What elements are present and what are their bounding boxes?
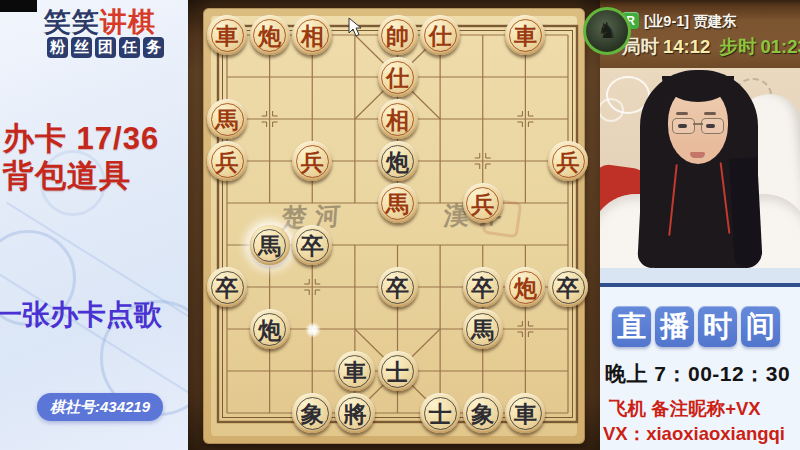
piece-red-兵[interactable]: 兵 bbox=[292, 141, 332, 181]
eyebrow-left bbox=[676, 112, 688, 115]
live-tile-0: 直 bbox=[612, 306, 651, 347]
game-board-area: 楚河 漢界 車炮相帥仕車仕馬相兵兵炮兵馬兵馬卒卒卒卒炮卒炮馬車士象將士象車 bbox=[188, 0, 600, 450]
piece-red-仕[interactable]: 仕 bbox=[420, 15, 460, 55]
piece-glyph: 馬 bbox=[216, 108, 239, 131]
fan-tile-4: 务 bbox=[143, 37, 164, 58]
piece-glyph: 卒 bbox=[557, 276, 580, 299]
piece-red-馬[interactable]: 馬 bbox=[378, 183, 418, 223]
schedule-time-text: 晚上 7：00-12：30 bbox=[605, 360, 790, 388]
piece-glyph: 卒 bbox=[216, 276, 239, 299]
piece-glyph: 炮 bbox=[258, 318, 281, 341]
piece-glyph: 士 bbox=[429, 402, 452, 425]
live-time-title-tiles: 直播时间 bbox=[612, 306, 780, 347]
opponent-info-bar: ♞ R [业9-1] 贾建东 局时14:12 步时01:23 bbox=[600, 0, 800, 68]
piece-black-卒[interactable]: 卒 bbox=[292, 225, 332, 265]
eyebrow-right bbox=[704, 112, 716, 115]
piece-black-象[interactable]: 象 bbox=[463, 393, 503, 433]
piece-black-士[interactable]: 士 bbox=[420, 393, 460, 433]
piece-black-炮[interactable]: 炮 bbox=[250, 309, 290, 349]
piece-red-炮[interactable]: 炮 bbox=[250, 15, 290, 55]
piece-black-將[interactable]: 將 bbox=[335, 393, 375, 433]
piece-glyph: 炮 bbox=[386, 150, 409, 173]
backpack-items-text: 背包道具 bbox=[3, 155, 131, 197]
clock-row: 局时14:12 步时01:23 bbox=[622, 34, 800, 59]
left-sidebar: 笑笑讲棋 粉丝团任务 办卡 17/36 背包道具 一张办卡点歌 棋社号:4342… bbox=[0, 0, 188, 450]
piece-glyph: 象 bbox=[471, 402, 494, 425]
piece-glyph: 兵 bbox=[301, 150, 324, 173]
contact-line-2: VX：xiaoxiaoxiangqi bbox=[603, 421, 785, 446]
live-tile-1: 播 bbox=[655, 306, 694, 347]
panel-top-band bbox=[600, 268, 800, 283]
piece-glyph: 仕 bbox=[386, 66, 409, 89]
piece-black-卒[interactable]: 卒 bbox=[463, 267, 503, 307]
opponent-name: [业9-1] 贾建东 bbox=[644, 12, 737, 31]
piece-glyph: 車 bbox=[343, 360, 366, 383]
piece-glyph: 卒 bbox=[471, 276, 494, 299]
fan-tile-3: 任 bbox=[119, 37, 140, 58]
piece-black-象[interactable]: 象 bbox=[292, 393, 332, 433]
fan-tile-0: 粉 bbox=[47, 37, 68, 58]
fan-tile-1: 丝 bbox=[71, 37, 92, 58]
live-tile-3: 间 bbox=[741, 306, 780, 347]
top-left-black-bar bbox=[0, 0, 37, 12]
piece-glyph: 車 bbox=[514, 402, 537, 425]
glasses-lens-right bbox=[701, 118, 724, 134]
mouse-cursor bbox=[348, 18, 364, 38]
piece-glyph: 將 bbox=[343, 402, 366, 425]
streamer-webcam: Disney bbox=[600, 68, 800, 268]
channel-logo: 笑笑讲棋 bbox=[44, 4, 156, 40]
hair-strand-right bbox=[729, 157, 763, 268]
piece-red-相[interactable]: 相 bbox=[378, 99, 418, 139]
piece-glyph: 士 bbox=[386, 360, 409, 383]
piece-red-帥[interactable]: 帥 bbox=[378, 15, 418, 55]
song-request-text: 一张办卡点歌 bbox=[0, 296, 162, 334]
fan-club-task-tiles[interactable]: 粉丝团任务 bbox=[47, 37, 164, 58]
card-progress-text: 办卡 17/36 bbox=[3, 118, 159, 160]
piece-glyph: 象 bbox=[301, 402, 324, 425]
piece-red-車[interactable]: 車 bbox=[207, 15, 247, 55]
piece-glyph: 兵 bbox=[216, 150, 239, 173]
fan-tile-2: 团 bbox=[95, 37, 116, 58]
piece-black-士[interactable]: 士 bbox=[378, 351, 418, 391]
game-time-value: 14:12 bbox=[663, 36, 710, 57]
logo-text-1: 笑笑 bbox=[44, 7, 100, 37]
piece-black-馬[interactable]: 馬 bbox=[463, 309, 503, 349]
move-glow-dot bbox=[305, 322, 321, 338]
move-time-value: 01:23 bbox=[760, 36, 800, 57]
piece-glyph: 卒 bbox=[301, 234, 324, 257]
piece-glyph: 仕 bbox=[429, 24, 452, 47]
piece-glyph: 帥 bbox=[386, 24, 409, 47]
club-id-pill[interactable]: 棋社号:434219 bbox=[37, 393, 163, 421]
piece-black-卒[interactable]: 卒 bbox=[378, 267, 418, 307]
piece-red-兵[interactable]: 兵 bbox=[207, 141, 247, 181]
piece-red-兵[interactable]: 兵 bbox=[548, 141, 588, 181]
piece-red-相[interactable]: 相 bbox=[292, 15, 332, 55]
logo-text-2: 讲棋 bbox=[100, 7, 156, 37]
piece-glyph: 兵 bbox=[557, 150, 580, 173]
piece-black-卒[interactable]: 卒 bbox=[548, 267, 588, 307]
piece-glyph: 炮 bbox=[514, 276, 537, 299]
piece-glyph: 馬 bbox=[471, 318, 494, 341]
glasses-lens-left bbox=[672, 118, 695, 134]
piece-glyph: 卒 bbox=[386, 276, 409, 299]
opponent-avatar[interactable]: ♞ bbox=[583, 7, 631, 55]
piece-glyph: 兵 bbox=[471, 192, 494, 215]
piece-glyph: 馬 bbox=[258, 234, 281, 257]
piece-glyph: 相 bbox=[386, 108, 409, 131]
piece-black-車[interactable]: 車 bbox=[335, 351, 375, 391]
contact-line-1: 飞机 备注昵称+VX bbox=[609, 396, 761, 421]
piece-glyph: 相 bbox=[301, 24, 324, 47]
piece-red-馬[interactable]: 馬 bbox=[207, 99, 247, 139]
schedule-panel: 直播时间 晚上 7：00-12：30 飞机 备注昵称+VX VX：xiaoxia… bbox=[600, 268, 800, 450]
piece-glyph: 炮 bbox=[258, 24, 281, 47]
piece-glyph: 車 bbox=[514, 24, 537, 47]
glasses-bridge bbox=[693, 123, 703, 125]
piece-glyph: 車 bbox=[216, 24, 239, 47]
panel-divider-line bbox=[600, 283, 800, 287]
stream-frame: 笑笑讲棋 粉丝团任务 办卡 17/36 背包道具 一张办卡点歌 棋社号:4342… bbox=[0, 0, 800, 450]
move-time-label: 步时 bbox=[719, 36, 756, 57]
live-tile-2: 时 bbox=[698, 306, 737, 347]
glasses bbox=[672, 118, 724, 134]
piece-red-仕[interactable]: 仕 bbox=[378, 57, 418, 97]
avatar-knight-icon: ♞ bbox=[597, 18, 617, 44]
piece-black-炮[interactable]: 炮 bbox=[378, 141, 418, 181]
mouth bbox=[690, 152, 705, 158]
wall-doodle bbox=[600, 98, 624, 122]
piece-black-卒[interactable]: 卒 bbox=[207, 267, 247, 307]
piece-red-兵[interactable]: 兵 bbox=[463, 183, 503, 223]
piece-black-馬[interactable]: 馬 bbox=[250, 225, 290, 265]
piece-glyph: 馬 bbox=[386, 192, 409, 215]
